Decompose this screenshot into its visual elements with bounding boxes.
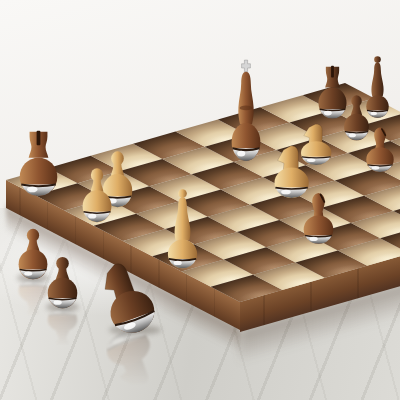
piece-black-pawn-offboard[interactable] (44, 252, 81, 309)
piece-reflection (44, 307, 81, 353)
piece-black-bishop-h5[interactable] (362, 125, 398, 174)
piece-white-knight-e5[interactable] (270, 138, 315, 198)
piece-white-queen-b4[interactable] (161, 185, 204, 270)
piece-black-rook-a8[interactable] (15, 126, 62, 198)
piece-white-pawn-a6[interactable] (79, 163, 115, 223)
scene (0, 0, 400, 400)
piece-black-bishop-d3[interactable] (299, 190, 338, 246)
piece-black-king-e7[interactable] (226, 58, 266, 163)
